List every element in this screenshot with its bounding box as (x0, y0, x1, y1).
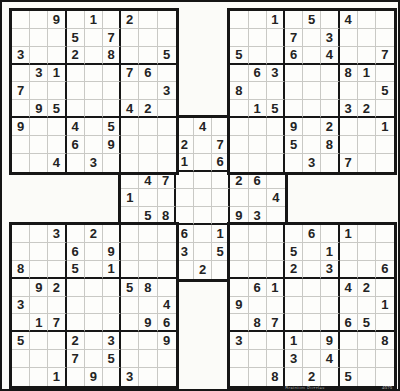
cell-r3-c16[interactable]: 6 (285, 47, 303, 65)
cell-r14-c4[interactable]: 6 (67, 243, 85, 261)
cell-r9-c8[interactable] (139, 154, 157, 172)
cell-r13-c19[interactable]: 1 (340, 225, 358, 243)
cell-r17-c20[interactable] (358, 297, 376, 315)
cell-r20-c18[interactable]: 4 (321, 350, 339, 368)
cell-r17-c16[interactable] (285, 297, 303, 315)
cell-r9-c13[interactable] (230, 154, 248, 172)
cell-r21-c7[interactable]: 3 (121, 368, 139, 386)
cell-r20-c7[interactable] (121, 350, 139, 368)
cell-r3-c4[interactable]: 2 (67, 47, 85, 65)
cell-r6-c13[interactable] (230, 100, 248, 118)
cell-r1-c9[interactable] (158, 11, 176, 29)
cell-r20-c8[interactable] (139, 350, 157, 368)
cell-r3-c9[interactable]: 5 (158, 47, 176, 65)
cell-r16-c19[interactable]: 4 (340, 279, 358, 297)
cell-r5-c8[interactable] (139, 82, 157, 100)
cell-r5-c17[interactable] (303, 82, 321, 100)
cell-r16-c2[interactable]: 9 (30, 279, 48, 297)
cell-r4-c5[interactable] (85, 65, 103, 83)
cell-r13-c7[interactable] (121, 225, 139, 243)
cell-r16-c13[interactable] (230, 279, 248, 297)
cell-r8-c9[interactable] (158, 136, 176, 154)
cell-r3-c15[interactable] (267, 47, 285, 65)
cell-r6-c15[interactable]: 5 (267, 100, 285, 118)
cell-r5-c5[interactable] (85, 82, 103, 100)
cell-r13-c15[interactable] (267, 225, 285, 243)
cell-r5-c7[interactable] (121, 82, 139, 100)
cell-r9-c1[interactable] (12, 154, 30, 172)
cell-r7-c13[interactable] (230, 118, 248, 136)
cell-r2-c5[interactable] (85, 29, 103, 47)
cell-r19-c21[interactable]: 8 (376, 332, 394, 350)
cell-r17-c1[interactable]: 3 (12, 297, 30, 315)
cell-r15-c11[interactable]: 2 (194, 261, 212, 279)
cell-r11-c8[interactable] (139, 189, 157, 207)
cell-r9-c2[interactable] (30, 154, 48, 172)
cell-r17-c13[interactable]: 9 (230, 297, 248, 315)
cell-r14-c7[interactable] (121, 243, 139, 261)
cell-r1-c2[interactable] (30, 11, 48, 29)
cell-r3-c17[interactable] (303, 47, 321, 65)
cell-r16-c17[interactable] (303, 279, 321, 297)
cell-r1-c13[interactable] (230, 11, 248, 29)
cell-r14-c11[interactable] (194, 243, 212, 261)
cell-r4-c21[interactable] (376, 65, 394, 83)
cell-r4-c8[interactable]: 6 (139, 65, 157, 83)
cell-r1-c21[interactable] (376, 11, 394, 29)
cell-r8-c15[interactable] (267, 136, 285, 154)
cell-r2-c4[interactable]: 5 (67, 29, 85, 47)
cell-r1-c5[interactable]: 1 (85, 11, 103, 29)
cell-r13-c4[interactable] (67, 225, 85, 243)
cell-r17-c3[interactable] (48, 297, 66, 315)
cell-r1-c6[interactable] (103, 11, 121, 29)
cell-r20-c4[interactable]: 7 (67, 350, 85, 368)
cell-r6-c17[interactable] (303, 100, 321, 118)
cell-r2-c7[interactable] (121, 29, 139, 47)
cell-r21-c14[interactable] (249, 368, 267, 386)
cell-r13-c8[interactable] (139, 225, 157, 243)
cell-r17-c17[interactable] (303, 297, 321, 315)
cell-r3-c18[interactable]: 4 (321, 47, 339, 65)
cell-r15-c16[interactable]: 2 (285, 261, 303, 279)
cell-r21-c16[interactable] (285, 368, 303, 386)
cell-r13-c17[interactable]: 6 (303, 225, 321, 243)
cell-r21-c5[interactable]: 9 (85, 368, 103, 386)
cell-r13-c9[interactable] (158, 225, 176, 243)
cell-r19-c13[interactable]: 3 (230, 332, 248, 350)
cell-r8-c6[interactable]: 9 (103, 136, 121, 154)
cell-r5-c18[interactable] (321, 82, 339, 100)
cell-r11-c13[interactable] (230, 189, 248, 207)
cell-r7-c17[interactable] (303, 118, 321, 136)
cell-r4-c20[interactable]: 1 (358, 65, 376, 83)
cell-r18-c4[interactable] (67, 314, 85, 332)
cell-r9-c21[interactable] (376, 154, 394, 172)
cell-r17-c8[interactable] (139, 297, 157, 315)
cell-r18-c19[interactable]: 6 (340, 314, 358, 332)
cell-r8-c16[interactable]: 5 (285, 136, 303, 154)
cell-r6-c5[interactable] (85, 100, 103, 118)
cell-r18-c16[interactable] (285, 314, 303, 332)
cell-r3-c20[interactable] (358, 47, 376, 65)
cell-r1-c14[interactable] (249, 11, 267, 29)
cell-r13-c5[interactable]: 2 (85, 225, 103, 243)
cell-r16-c5[interactable] (85, 279, 103, 297)
cell-r4-c2[interactable]: 3 (30, 65, 48, 83)
cell-r21-c8[interactable] (139, 368, 157, 386)
cell-r19-c18[interactable]: 9 (321, 332, 339, 350)
cell-r3-c19[interactable] (340, 47, 358, 65)
cell-r3-c3[interactable] (48, 47, 66, 65)
cell-r15-c1[interactable]: 8 (12, 261, 30, 279)
cell-r7-c18[interactable]: 2 (321, 118, 339, 136)
cell-r6-c20[interactable]: 2 (358, 100, 376, 118)
cell-r14-c9[interactable] (158, 243, 176, 261)
cell-r12-c11[interactable] (194, 207, 212, 225)
cell-r5-c19[interactable] (340, 82, 358, 100)
cell-r1-c15[interactable]: 1 (267, 11, 285, 29)
cell-r4-c15[interactable]: 3 (267, 65, 285, 83)
cell-r3-c1[interactable]: 3 (12, 47, 30, 65)
cell-r16-c1[interactable] (12, 279, 30, 297)
cell-r16-c4[interactable] (67, 279, 85, 297)
cell-r17-c5[interactable] (85, 297, 103, 315)
cell-r15-c9[interactable] (158, 261, 176, 279)
cell-r15-c5[interactable] (85, 261, 103, 279)
cell-r7-c8[interactable] (139, 118, 157, 136)
cell-r5-c13[interactable]: 8 (230, 82, 248, 100)
cell-r16-c15[interactable]: 1 (267, 279, 285, 297)
cell-r20-c6[interactable]: 5 (103, 350, 121, 368)
cell-r21-c1[interactable] (12, 368, 30, 386)
cell-r19-c14[interactable] (249, 332, 267, 350)
cell-r15-c8[interactable] (139, 261, 157, 279)
cell-r11-c11[interactable] (194, 189, 212, 207)
cell-r6-c4[interactable] (67, 100, 85, 118)
cell-r15-c18[interactable]: 3 (321, 261, 339, 279)
cell-r4-c9[interactable] (158, 65, 176, 83)
cell-r7-c3[interactable] (48, 118, 66, 136)
cell-r13-c21[interactable] (376, 225, 394, 243)
cell-r13-c11[interactable] (194, 225, 212, 243)
cell-r8-c11[interactable] (194, 136, 212, 154)
cell-r15-c21[interactable]: 6 (376, 261, 394, 279)
cell-r20-c2[interactable] (30, 350, 48, 368)
cell-r9-c5[interactable]: 3 (85, 154, 103, 172)
cell-r1-c8[interactable] (139, 11, 157, 29)
cell-r4-c3[interactable]: 1 (48, 65, 66, 83)
cell-r4-c4[interactable] (67, 65, 85, 83)
cell-r20-c5[interactable] (85, 350, 103, 368)
cell-r2-c18[interactable]: 3 (321, 29, 339, 47)
cell-r3-c13[interactable]: 5 (230, 47, 248, 65)
cell-r6-c21[interactable] (376, 100, 394, 118)
cell-r8-c1[interactable] (12, 136, 30, 154)
cell-r7-c9[interactable] (158, 118, 176, 136)
cell-r20-c15[interactable] (267, 350, 285, 368)
cell-r5-c20[interactable] (358, 82, 376, 100)
cell-r5-c1[interactable]: 7 (12, 82, 30, 100)
cell-r17-c14[interactable] (249, 297, 267, 315)
cell-r19-c17[interactable] (303, 332, 321, 350)
cell-r4-c19[interactable]: 8 (340, 65, 358, 83)
cell-r15-c20[interactable] (358, 261, 376, 279)
cell-r18-c6[interactable] (103, 314, 121, 332)
cell-r14-c19[interactable] (340, 243, 358, 261)
cell-r13-c2[interactable] (30, 225, 48, 243)
cell-r5-c9[interactable]: 3 (158, 82, 176, 100)
cell-r18-c7[interactable] (121, 314, 139, 332)
cell-r17-c21[interactable]: 1 (376, 297, 394, 315)
cell-r16-c14[interactable]: 6 (249, 279, 267, 297)
cell-r20-c1[interactable] (12, 350, 30, 368)
cell-r19-c15[interactable] (267, 332, 285, 350)
cell-r18-c3[interactable]: 7 (48, 314, 66, 332)
cell-r10-c11[interactable] (194, 172, 212, 190)
cell-r7-c2[interactable] (30, 118, 48, 136)
cell-r2-c1[interactable] (12, 29, 30, 47)
cell-r3-c7[interactable] (121, 47, 139, 65)
cell-r19-c7[interactable] (121, 332, 139, 350)
cell-r4-c13[interactable] (230, 65, 248, 83)
cell-r13-c13[interactable] (230, 225, 248, 243)
cell-r8-c3[interactable] (48, 136, 66, 154)
cell-r5-c6[interactable] (103, 82, 121, 100)
cell-r19-c3[interactable] (48, 332, 66, 350)
cell-r14-c3[interactable] (48, 243, 66, 261)
cell-r9-c3[interactable]: 4 (48, 154, 66, 172)
cell-r5-c14[interactable] (249, 82, 267, 100)
cell-r3-c5[interactable] (85, 47, 103, 65)
cell-r8-c13[interactable] (230, 136, 248, 154)
cell-r6-c2[interactable]: 9 (30, 100, 48, 118)
cell-r13-c18[interactable] (321, 225, 339, 243)
cell-r2-c20[interactable] (358, 29, 376, 47)
cell-r1-c4[interactable] (67, 11, 85, 29)
cell-r9-c11[interactable] (194, 154, 212, 172)
cell-r11-c12[interactable] (212, 189, 230, 207)
cell-r9-c6[interactable] (103, 154, 121, 172)
cell-r4-c7[interactable]: 7 (121, 65, 139, 83)
cell-r19-c6[interactable]: 3 (103, 332, 121, 350)
cell-r7-c4[interactable]: 4 (67, 118, 85, 136)
cell-r21-c21[interactable] (376, 368, 394, 386)
cell-r20-c9[interactable] (158, 350, 176, 368)
cell-r21-c6[interactable] (103, 368, 121, 386)
cell-r14-c18[interactable]: 1 (321, 243, 339, 261)
cell-r5-c3[interactable] (48, 82, 66, 100)
cell-r14-c6[interactable]: 9 (103, 243, 121, 261)
cell-r6-c3[interactable]: 5 (48, 100, 66, 118)
cell-r1-c18[interactable] (321, 11, 339, 29)
cell-r17-c9[interactable]: 4 (158, 297, 176, 315)
cell-r18-c5[interactable] (85, 314, 103, 332)
cell-r21-c20[interactable] (358, 368, 376, 386)
cell-r2-c21[interactable] (376, 29, 394, 47)
cell-r9-c19[interactable]: 7 (340, 154, 358, 172)
cell-r13-c16[interactable] (285, 225, 303, 243)
cell-r6-c14[interactable]: 1 (249, 100, 267, 118)
cell-r8-c14[interactable] (249, 136, 267, 154)
cell-r11-c9[interactable] (158, 189, 176, 207)
cell-r14-c2[interactable] (30, 243, 48, 261)
cell-r19-c9[interactable]: 9 (158, 332, 176, 350)
cell-r4-c6[interactable] (103, 65, 121, 83)
cell-r7-c21[interactable]: 1 (376, 118, 394, 136)
cell-r21-c13[interactable] (230, 368, 248, 386)
cell-r21-c9[interactable] (158, 368, 176, 386)
cell-r2-c6[interactable]: 7 (103, 29, 121, 47)
cell-r8-c21[interactable] (376, 136, 394, 154)
cell-r14-c1[interactable] (12, 243, 30, 261)
cell-r16-c21[interactable] (376, 279, 394, 297)
cell-r5-c21[interactable]: 5 (376, 82, 394, 100)
cell-r13-c1[interactable] (12, 225, 30, 243)
cell-r15-c2[interactable] (30, 261, 48, 279)
cell-r20-c3[interactable] (48, 350, 66, 368)
cell-r17-c15[interactable] (267, 297, 285, 315)
cell-r14-c20[interactable] (358, 243, 376, 261)
cell-r2-c3[interactable] (48, 29, 66, 47)
cell-r11-c7[interactable]: 1 (121, 189, 139, 207)
cell-r1-c16[interactable] (285, 11, 303, 29)
cell-r21-c18[interactable] (321, 368, 339, 386)
cell-r8-c18[interactable]: 8 (321, 136, 339, 154)
cell-r9-c16[interactable] (285, 154, 303, 172)
cell-r21-c15[interactable]: 8 (267, 368, 285, 386)
cell-r21-c4[interactable] (67, 368, 85, 386)
cell-r5-c4[interactable] (67, 82, 85, 100)
cell-r2-c16[interactable]: 7 (285, 29, 303, 47)
cell-r19-c19[interactable] (340, 332, 358, 350)
cell-r16-c8[interactable]: 8 (139, 279, 157, 297)
cell-r18-c1[interactable] (12, 314, 30, 332)
cell-r14-c21[interactable] (376, 243, 394, 261)
cell-r7-c6[interactable]: 5 (103, 118, 121, 136)
cell-r14-c8[interactable] (139, 243, 157, 261)
cell-r19-c20[interactable] (358, 332, 376, 350)
cell-r20-c16[interactable]: 3 (285, 350, 303, 368)
cell-r4-c16[interactable] (285, 65, 303, 83)
cell-r1-c17[interactable]: 5 (303, 11, 321, 29)
cell-r21-c19[interactable]: 5 (340, 368, 358, 386)
cell-r19-c4[interactable]: 2 (67, 332, 85, 350)
cell-r1-c19[interactable]: 4 (340, 11, 358, 29)
cell-r17-c7[interactable] (121, 297, 139, 315)
cell-r15-c13[interactable] (230, 261, 248, 279)
cell-r17-c18[interactable] (321, 297, 339, 315)
cell-r14-c16[interactable]: 5 (285, 243, 303, 261)
cell-r9-c15[interactable] (267, 154, 285, 172)
cell-r15-c7[interactable] (121, 261, 139, 279)
cell-r3-c14[interactable] (249, 47, 267, 65)
cell-r8-c20[interactable] (358, 136, 376, 154)
cell-r19-c8[interactable] (139, 332, 157, 350)
cell-r19-c5[interactable] (85, 332, 103, 350)
cell-r16-c3[interactable]: 2 (48, 279, 66, 297)
cell-r16-c9[interactable] (158, 279, 176, 297)
cell-r9-c20[interactable] (358, 154, 376, 172)
cell-r20-c19[interactable] (340, 350, 358, 368)
cell-r6-c1[interactable] (12, 100, 30, 118)
cell-r7-c14[interactable] (249, 118, 267, 136)
cell-r2-c15[interactable] (267, 29, 285, 47)
cell-r1-c1[interactable] (12, 11, 30, 29)
cell-r20-c20[interactable] (358, 350, 376, 368)
cell-r6-c18[interactable] (321, 100, 339, 118)
cell-r19-c16[interactable]: 1 (285, 332, 303, 350)
cell-r13-c3[interactable]: 3 (48, 225, 66, 243)
cell-r9-c4[interactable] (67, 154, 85, 172)
cell-r16-c16[interactable] (285, 279, 303, 297)
cell-r6-c6[interactable] (103, 100, 121, 118)
cell-r18-c14[interactable]: 8 (249, 314, 267, 332)
cell-r2-c17[interactable] (303, 29, 321, 47)
cell-r9-c18[interactable] (321, 154, 339, 172)
cell-r17-c6[interactable] (103, 297, 121, 315)
cell-r2-c13[interactable] (230, 29, 248, 47)
cell-r8-c17[interactable] (303, 136, 321, 154)
cell-r17-c4[interactable] (67, 297, 85, 315)
cell-r6-c19[interactable]: 3 (340, 100, 358, 118)
cell-r4-c14[interactable]: 6 (249, 65, 267, 83)
cell-r8-c19[interactable] (340, 136, 358, 154)
cell-r8-c8[interactable] (139, 136, 157, 154)
cell-r1-c20[interactable] (358, 11, 376, 29)
cell-r17-c19[interactable] (340, 297, 358, 315)
cell-r15-c17[interactable] (303, 261, 321, 279)
cell-r18-c2[interactable]: 1 (30, 314, 48, 332)
cell-r16-c18[interactable] (321, 279, 339, 297)
cell-r2-c14[interactable] (249, 29, 267, 47)
cell-r21-c17[interactable]: 2 (303, 368, 321, 386)
cell-r18-c8[interactable]: 9 (139, 314, 157, 332)
cell-r15-c6[interactable]: 1 (103, 261, 121, 279)
cell-r14-c17[interactable] (303, 243, 321, 261)
cell-r4-c18[interactable] (321, 65, 339, 83)
cell-r14-c15[interactable] (267, 243, 285, 261)
cell-r2-c8[interactable] (139, 29, 157, 47)
cell-r14-c13[interactable] (230, 243, 248, 261)
cell-r2-c19[interactable] (340, 29, 358, 47)
cell-r16-c20[interactable]: 2 (358, 279, 376, 297)
cell-r7-c20[interactable] (358, 118, 376, 136)
cell-r1-c7[interactable]: 2 (121, 11, 139, 29)
cell-r14-c14[interactable] (249, 243, 267, 261)
cell-r15-c3[interactable] (48, 261, 66, 279)
cell-r6-c7[interactable]: 4 (121, 100, 139, 118)
cell-r13-c20[interactable] (358, 225, 376, 243)
cell-r17-c2[interactable] (30, 297, 48, 315)
cell-r15-c14[interactable] (249, 261, 267, 279)
cell-r7-c7[interactable] (121, 118, 139, 136)
cell-r18-c9[interactable]: 6 (158, 314, 176, 332)
cell-r7-c19[interactable] (340, 118, 358, 136)
cell-r7-c5[interactable] (85, 118, 103, 136)
cell-r11-c14[interactable] (249, 189, 267, 207)
cell-r5-c2[interactable] (30, 82, 48, 100)
cell-r7-c1[interactable]: 9 (12, 118, 30, 136)
cell-r7-c15[interactable] (267, 118, 285, 136)
cell-r8-c4[interactable]: 6 (67, 136, 85, 154)
cell-r2-c9[interactable] (158, 29, 176, 47)
cell-r8-c5[interactable] (85, 136, 103, 154)
cell-r15-c15[interactable] (267, 261, 285, 279)
cell-r5-c16[interactable] (285, 82, 303, 100)
cell-r1-c3[interactable]: 9 (48, 11, 66, 29)
cell-r20-c17[interactable] (303, 350, 321, 368)
